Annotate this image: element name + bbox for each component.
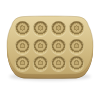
- muffin-cup-r3c1: [15, 56, 30, 71]
- muffin-cup-r1c4: [69, 21, 84, 36]
- muffin-cup-r1c2: [33, 21, 48, 36]
- muffin-cup-r2c3: [51, 39, 66, 54]
- muffin-cup-r3c4: [69, 56, 84, 71]
- muffin-cup-r3c2: [33, 56, 48, 71]
- muffin-cup-r3c3: [51, 56, 66, 71]
- product-photo-muffin-pan: [0, 0, 100, 100]
- muffin-cup-r2c1: [15, 39, 30, 54]
- muffin-cup-r1c3: [51, 21, 66, 36]
- muffin-cup-r2c2: [33, 39, 48, 54]
- muffin-cup-r2c4: [69, 39, 84, 54]
- muffin-cup-r1c1: [15, 21, 30, 36]
- muffin-cup-grid: [15, 21, 84, 71]
